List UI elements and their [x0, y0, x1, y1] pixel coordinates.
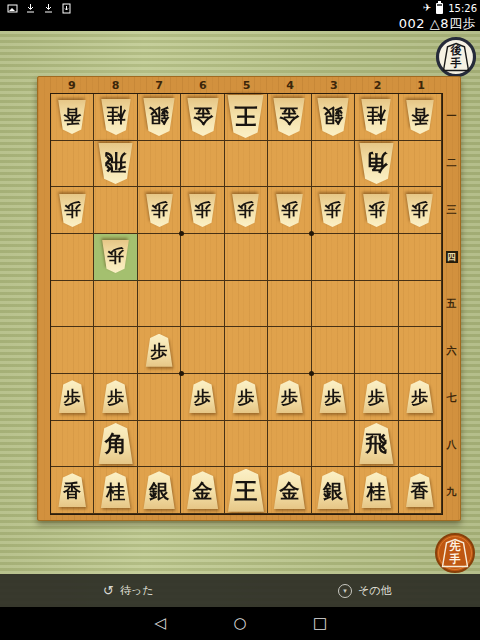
back-icon[interactable]: ◁: [151, 616, 169, 631]
piece-sente-歩[interactable]: 歩: [362, 380, 391, 413]
piece-gote-王[interactable]: 王: [226, 95, 265, 138]
board-cell-4-7[interactable]: 歩: [268, 374, 311, 421]
piece-gote-桂[interactable]: 桂: [100, 99, 132, 135]
board-cell-9-4[interactable]: [51, 234, 94, 281]
svg-text:後: 後: [450, 44, 463, 57]
piece-sente-歩[interactable]: 歩: [101, 380, 130, 413]
file-label: 7: [137, 77, 181, 93]
file-label: 9: [50, 77, 94, 93]
file-label: 4: [268, 77, 312, 93]
board-cell-7-7[interactable]: [138, 374, 181, 421]
board-cell-4-6[interactable]: [268, 327, 311, 374]
rank-label: 八: [443, 421, 460, 468]
piece-gote-金[interactable]: 金: [272, 98, 306, 136]
board-cell-3-5[interactable]: [312, 281, 355, 328]
piece-sente-歩[interactable]: 歩: [145, 334, 174, 367]
board-cell-6-6[interactable]: [181, 327, 224, 374]
piece-sente-歩[interactable]: 歩: [318, 380, 347, 413]
board-cell-9-2[interactable]: [51, 141, 94, 188]
status-right: ✈ 15:26: [423, 3, 480, 14]
chevron-down-circle-icon: ▾: [338, 584, 352, 598]
board-cell-7-5[interactable]: [138, 281, 181, 328]
rank-label: 五: [443, 281, 460, 328]
board-cell-3-4[interactable]: [312, 234, 355, 281]
board-cell-8-1[interactable]: 桂: [94, 94, 137, 141]
board-cell-3-7[interactable]: 歩: [312, 374, 355, 421]
board-cell-8-3[interactable]: [94, 187, 137, 234]
board-cell-4-1[interactable]: 金: [268, 94, 311, 141]
board-cell-7-4[interactable]: [138, 234, 181, 281]
board-cell-8-2[interactable]: 飛: [94, 141, 137, 188]
piece-sente-角[interactable]: 角: [97, 423, 134, 464]
board-cell-3-3[interactable]: 歩: [312, 187, 355, 234]
piece-gote-歩[interactable]: 歩: [362, 194, 391, 227]
rank-label: 四: [443, 234, 460, 281]
board-cell-4-3[interactable]: 歩: [268, 187, 311, 234]
board-cell-5-8[interactable]: [225, 421, 268, 468]
piece-sente-歩[interactable]: 歩: [405, 380, 434, 413]
board-cell-2-9[interactable]: 桂: [355, 467, 398, 514]
board-cell-6-1[interactable]: 金: [181, 94, 224, 141]
rank-label: 二: [443, 140, 460, 187]
device-download-icon: [61, 3, 72, 14]
board-cell-5-3[interactable]: 歩: [225, 187, 268, 234]
board-cell-2-8[interactable]: 飛: [355, 421, 398, 468]
file-label: 6: [181, 77, 225, 93]
file-label: 1: [399, 77, 443, 93]
battery-icon: [436, 3, 443, 14]
board-cell-3-6[interactable]: [312, 327, 355, 374]
piece-gote-桂[interactable]: 桂: [360, 99, 392, 135]
download-icon: [25, 3, 36, 14]
shogi-board: 987654321 一二三四五六七八九 香桂銀金王金銀桂香飛角歩歩歩歩歩歩歩歩歩…: [37, 76, 461, 521]
board-cell-7-3[interactable]: 歩: [138, 187, 181, 234]
board-cell-7-8[interactable]: [138, 421, 181, 468]
svg-text:先: 先: [449, 540, 462, 553]
undo-icon: ↺: [103, 584, 114, 597]
piece-gote-角[interactable]: 角: [358, 143, 395, 184]
move-indicator: 002 △8四歩: [399, 15, 476, 33]
board-cell-8-7[interactable]: 歩: [94, 374, 137, 421]
board-cell-2-3[interactable]: 歩: [355, 187, 398, 234]
board-cell-8-4[interactable]: 歩: [94, 234, 137, 281]
piece-sente-香[interactable]: 香: [405, 473, 435, 507]
board-cell-8-9[interactable]: 桂: [94, 467, 137, 514]
board-cell-7-6[interactable]: 歩: [138, 327, 181, 374]
gote-badge: 後手: [435, 36, 477, 78]
board-cell-6-4[interactable]: [181, 234, 224, 281]
board-cell-7-9[interactable]: 銀: [138, 467, 181, 514]
download-icon: [43, 3, 54, 14]
status-time: 15:26: [448, 3, 477, 14]
file-label: 3: [312, 77, 356, 93]
board-cell-2-4[interactable]: [355, 234, 398, 281]
board-cell-5-4[interactable]: [225, 234, 268, 281]
piece-sente-歩[interactable]: 歩: [58, 380, 87, 413]
piece-gote-歩[interactable]: 歩: [275, 194, 304, 227]
board-cell-7-2[interactable]: [138, 141, 181, 188]
board-cell-6-8[interactable]: [181, 421, 224, 468]
rank-label-highlight: 四: [446, 251, 458, 263]
board-cell-3-2[interactable]: [312, 141, 355, 188]
board-cell-6-5[interactable]: [181, 281, 224, 328]
piece-gote-歩[interactable]: 歩: [145, 194, 174, 227]
file-label: 2: [356, 77, 400, 93]
status-left-icons: [0, 3, 72, 14]
board-cell-3-1[interactable]: 銀: [312, 94, 355, 141]
other-menu-button[interactable]: ▾ その他: [338, 574, 392, 607]
piece-gote-香[interactable]: 香: [57, 100, 87, 134]
piece-sente-王[interactable]: 王: [226, 469, 265, 512]
piece-gote-歩[interactable]: 歩: [231, 194, 260, 227]
board-cell-4-2[interactable]: [268, 141, 311, 188]
board-cell-4-9[interactable]: 金: [268, 467, 311, 514]
board-cell-9-5[interactable]: [51, 281, 94, 328]
screen: ✈ 15:26 002 △8四歩 後手 987654321 一二三四五六七八九 …: [0, 0, 480, 640]
screenshot-icon: [7, 3, 18, 14]
file-label: 8: [94, 77, 138, 93]
piece-gote-銀[interactable]: 銀: [316, 98, 350, 136]
board-cell-9-7[interactable]: 歩: [51, 374, 94, 421]
board-cell-8-8[interactable]: 角: [94, 421, 137, 468]
board-cell-6-9[interactable]: 金: [181, 467, 224, 514]
board-cell-9-6[interactable]: [51, 327, 94, 374]
rank-label: 六: [443, 327, 460, 374]
board-cell-9-3[interactable]: 歩: [51, 187, 94, 234]
recents-icon[interactable]: □: [311, 616, 329, 631]
undo-button[interactable]: ↺ 待った: [103, 574, 153, 607]
board-cell-5-1[interactable]: 王: [225, 94, 268, 141]
rank-label: 七: [443, 374, 460, 421]
board-cell-2-6[interactable]: [355, 327, 398, 374]
board-cell-2-2[interactable]: 角: [355, 141, 398, 188]
piece-sente-桂[interactable]: 桂: [100, 472, 132, 508]
sente-badge: 先手: [434, 532, 476, 574]
piece-sente-桂[interactable]: 桂: [360, 472, 392, 508]
piece-sente-歩[interactable]: 歩: [275, 380, 304, 413]
board-cell-1-2[interactable]: [399, 141, 442, 188]
board-cell-1-9[interactable]: 香: [399, 467, 442, 514]
board-cell-8-6[interactable]: [94, 327, 137, 374]
board-cell-5-5[interactable]: [225, 281, 268, 328]
action-bar: ↺ 待った ▾ その他: [0, 574, 480, 607]
board-grid: 香桂銀金王金銀桂香飛角歩歩歩歩歩歩歩歩歩歩歩歩歩歩歩歩歩歩角飛香桂銀金王金銀桂香: [50, 93, 443, 515]
board-cell-4-5[interactable]: [268, 281, 311, 328]
airplane-icon: ✈: [423, 3, 431, 13]
piece-sente-金[interactable]: 金: [186, 471, 220, 509]
board-cell-1-5[interactable]: [399, 281, 442, 328]
board-cell-9-8[interactable]: [51, 421, 94, 468]
board-cell-6-3[interactable]: 歩: [181, 187, 224, 234]
home-icon[interactable]: ○: [231, 616, 249, 631]
board-cell-9-1[interactable]: 香: [51, 94, 94, 141]
board-cell-5-2[interactable]: [225, 141, 268, 188]
svg-text:手: 手: [450, 57, 462, 70]
piece-sente-香[interactable]: 香: [57, 473, 87, 507]
board-cell-6-2[interactable]: [181, 141, 224, 188]
undo-label: 待った: [120, 583, 154, 598]
board-cell-6-7[interactable]: 歩: [181, 374, 224, 421]
piece-sente-銀[interactable]: 銀: [316, 471, 350, 509]
board-cell-1-8[interactable]: [399, 421, 442, 468]
board-cell-1-7[interactable]: 歩: [399, 374, 442, 421]
board-cell-3-8[interactable]: [312, 421, 355, 468]
board-cell-1-4[interactable]: [399, 234, 442, 281]
rank-label: 九: [443, 468, 460, 515]
other-label: その他: [358, 583, 392, 598]
piece-sente-飛[interactable]: 飛: [358, 423, 395, 464]
piece-gote-歩[interactable]: 歩: [101, 240, 130, 273]
piece-sente-金[interactable]: 金: [272, 471, 306, 509]
piece-sente-銀[interactable]: 銀: [142, 471, 176, 509]
piece-sente-歩[interactable]: 歩: [188, 380, 217, 413]
android-nav-bar: ◁ ○ □: [0, 607, 480, 640]
board-cell-9-9[interactable]: 香: [51, 467, 94, 514]
file-label: 5: [225, 77, 269, 93]
piece-gote-銀[interactable]: 銀: [142, 98, 176, 136]
board-cell-3-9[interactable]: 銀: [312, 467, 355, 514]
board-cell-2-1[interactable]: 桂: [355, 94, 398, 141]
board-cell-1-6[interactable]: [399, 327, 442, 374]
board-cell-7-1[interactable]: 銀: [138, 94, 181, 141]
board-cell-8-5[interactable]: [94, 281, 137, 328]
board-cell-5-6[interactable]: [225, 327, 268, 374]
piece-sente-歩[interactable]: 歩: [231, 380, 260, 413]
board-cell-5-7[interactable]: 歩: [225, 374, 268, 421]
rank-labels: 一二三四五六七八九: [443, 93, 460, 515]
board-cell-4-4[interactable]: [268, 234, 311, 281]
board-cell-4-8[interactable]: [268, 421, 311, 468]
board-cell-1-3[interactable]: 歩: [399, 187, 442, 234]
piece-gote-飛[interactable]: 飛: [97, 143, 134, 184]
board-cell-1-1[interactable]: 香: [399, 94, 442, 141]
rank-label: 一: [443, 93, 460, 140]
board-cell-2-5[interactable]: [355, 281, 398, 328]
piece-gote-歩[interactable]: 歩: [188, 194, 217, 227]
board-cell-2-7[interactable]: 歩: [355, 374, 398, 421]
piece-gote-香[interactable]: 香: [405, 100, 435, 134]
rank-label: 三: [443, 187, 460, 234]
move-indicator-bar: 002 △8四歩: [0, 16, 480, 31]
piece-gote-金[interactable]: 金: [186, 98, 220, 136]
piece-gote-歩[interactable]: 歩: [405, 194, 434, 227]
piece-gote-歩[interactable]: 歩: [58, 194, 87, 227]
piece-gote-歩[interactable]: 歩: [318, 194, 347, 227]
file-labels: 987654321: [50, 77, 443, 93]
svg-text:手: 手: [449, 553, 461, 566]
board-cell-5-9[interactable]: 王: [225, 467, 268, 514]
